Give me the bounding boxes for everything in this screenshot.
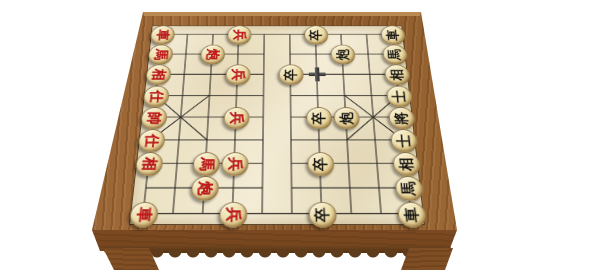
red-soldier[interactable]: 兵	[219, 202, 248, 228]
piece-character: 卒	[309, 30, 323, 41]
piece-character: 兵	[231, 69, 246, 81]
piece-character: 帥	[146, 112, 162, 125]
piece-character: 炮	[205, 49, 220, 60]
piece-character: 士	[396, 134, 412, 147]
piece-character: 兵	[232, 30, 246, 41]
piece-character: 卒	[314, 207, 330, 222]
move-cross-marker	[308, 67, 325, 81]
piece-character: 仕	[144, 134, 160, 147]
table-carved-apron	[112, 249, 443, 262]
piece-character: 馬	[153, 49, 168, 60]
piece-character: 相	[398, 157, 415, 171]
piece-character: 相	[390, 69, 405, 81]
piece-character: 車	[403, 207, 420, 222]
piece-character: 車	[135, 207, 152, 222]
piece-character: 仕	[149, 90, 165, 102]
piece-character: 炮	[339, 112, 354, 125]
piece-character: 炮	[197, 182, 213, 196]
piece-character: 兵	[229, 112, 244, 125]
black-advisor[interactable]: 士	[386, 86, 413, 107]
piece-character: 馬	[198, 157, 214, 171]
piece-character: 將	[394, 112, 410, 125]
piece-character: 馬	[401, 182, 418, 196]
piece-character: 士	[392, 90, 408, 102]
black-soldier[interactable]: 卒	[304, 26, 329, 45]
black-cannon[interactable]: 炮	[333, 107, 360, 129]
black-soldier[interactable]: 卒	[308, 202, 337, 228]
piece-character: 兵	[227, 157, 243, 171]
board-plane[interactable]: 車馬相仕帥仕相車炮馬炮兵兵兵兵兵卒卒卒卒卒炮炮車馬相士將士相馬車	[129, 26, 425, 225]
xiangqi-scene: 車馬相仕帥仕相車炮馬炮兵兵兵兵兵卒卒卒卒卒炮炮車馬相士將士相馬車	[0, 0, 600, 274]
piece-character: 馬	[388, 49, 403, 60]
piece-character: 炮	[336, 49, 351, 60]
piece-character: 卒	[312, 112, 327, 125]
piece-character: 卒	[284, 69, 298, 81]
piece-character: 兵	[225, 207, 241, 222]
board-grid	[130, 26, 424, 224]
piece-character: 相	[151, 69, 166, 81]
black-soldier[interactable]: 卒	[306, 107, 332, 129]
piece-character: 車	[155, 30, 170, 41]
piece-character: 相	[141, 157, 158, 171]
piece-character: 卒	[313, 157, 329, 171]
piece-character: 車	[386, 30, 401, 41]
